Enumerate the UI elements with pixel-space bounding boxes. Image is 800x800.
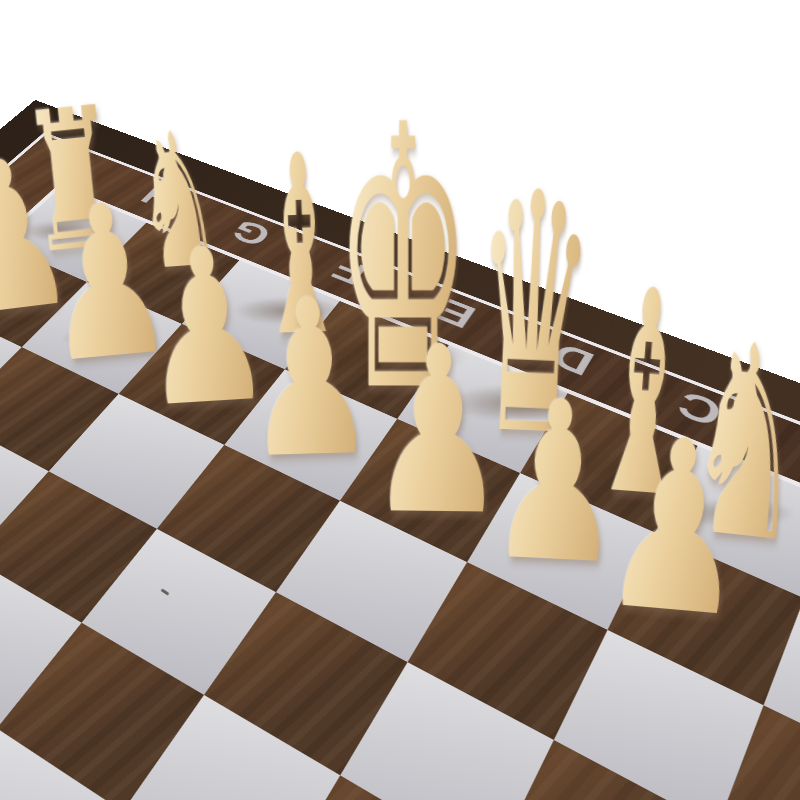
scratch-2 bbox=[36, 444, 40, 448]
photo-stage: HGFEDCBA ♜♞♝♚♛♝♞♟♟♟♟♟♟♟ bbox=[0, 0, 800, 800]
piece-white-pawn-b2[interactable]: ♟ bbox=[595, 404, 759, 652]
piece-white-pawn-e2[interactable]: ♟ bbox=[241, 270, 378, 489]
